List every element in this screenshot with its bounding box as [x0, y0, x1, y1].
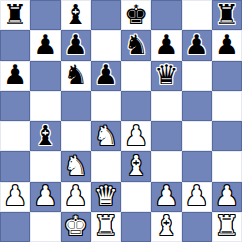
square-c6[interactable]: ♞ — [61, 61, 91, 91]
square-e2[interactable] — [121, 182, 151, 212]
square-h5[interactable] — [212, 91, 242, 121]
square-d3[interactable] — [91, 151, 121, 181]
square-h7[interactable]: ♟ — [212, 30, 242, 60]
square-a3[interactable] — [0, 151, 30, 181]
square-a7[interactable] — [0, 30, 30, 60]
square-f2[interactable]: ♟ — [151, 182, 181, 212]
piece-white-pawn: ♟ — [154, 182, 178, 209]
square-c4[interactable] — [61, 121, 91, 151]
square-a5[interactable] — [0, 91, 30, 121]
square-f7[interactable]: ♟ — [151, 30, 181, 60]
square-g4[interactable] — [182, 121, 212, 151]
square-c8[interactable]: ♝ — [61, 0, 91, 30]
square-c2[interactable]: ♟ — [61, 182, 91, 212]
piece-black-bishop: ♝ — [33, 122, 57, 149]
square-e4[interactable]: ♟ — [121, 121, 151, 151]
square-d8[interactable] — [91, 0, 121, 30]
square-g6[interactable] — [182, 61, 212, 91]
square-f1[interactable]: ♝ — [151, 212, 181, 242]
square-h6[interactable] — [212, 61, 242, 91]
square-d5[interactable] — [91, 91, 121, 121]
square-g5[interactable] — [182, 91, 212, 121]
piece-white-bishop: ♝ — [124, 152, 148, 179]
piece-white-pawn: ♟ — [185, 182, 209, 209]
square-g3[interactable] — [182, 151, 212, 181]
square-d1[interactable]: ♜ — [91, 212, 121, 242]
square-f4[interactable] — [151, 121, 181, 151]
square-e6[interactable] — [121, 61, 151, 91]
piece-black-knight: ♞ — [124, 31, 148, 58]
square-f5[interactable] — [151, 91, 181, 121]
piece-black-rook: ♜ — [215, 1, 239, 28]
piece-black-pawn: ♟ — [64, 31, 88, 58]
piece-white-knight: ♞ — [94, 122, 118, 149]
piece-black-pawn: ♟ — [3, 61, 27, 88]
piece-white-pawn: ♟ — [124, 122, 148, 149]
square-b2[interactable]: ♟ — [30, 182, 60, 212]
piece-black-pawn: ♟ — [94, 61, 118, 88]
piece-white-rook: ♜ — [94, 212, 118, 239]
piece-black-king: ♚ — [124, 1, 148, 28]
piece-white-knight: ♞ — [64, 152, 88, 179]
square-b4[interactable]: ♝ — [30, 121, 60, 151]
piece-white-bishop: ♝ — [154, 212, 178, 239]
piece-white-pawn: ♟ — [3, 182, 27, 209]
square-d4[interactable]: ♞ — [91, 121, 121, 151]
piece-white-pawn: ♟ — [215, 182, 239, 209]
square-d2[interactable]: ♛ — [91, 182, 121, 212]
square-b1[interactable] — [30, 212, 60, 242]
piece-black-queen: ♛ — [154, 61, 178, 88]
square-a6[interactable]: ♟ — [0, 61, 30, 91]
square-a2[interactable]: ♟ — [0, 182, 30, 212]
square-h8[interactable]: ♜ — [212, 0, 242, 30]
square-d7[interactable] — [91, 30, 121, 60]
piece-black-pawn: ♟ — [215, 31, 239, 58]
piece-black-rook: ♜ — [3, 1, 27, 28]
square-b5[interactable] — [30, 91, 60, 121]
square-b3[interactable] — [30, 151, 60, 181]
square-c1[interactable]: ♚ — [61, 212, 91, 242]
square-h4[interactable] — [212, 121, 242, 151]
square-g1[interactable] — [182, 212, 212, 242]
square-e1[interactable] — [121, 212, 151, 242]
square-g7[interactable]: ♟ — [182, 30, 212, 60]
square-a1[interactable] — [0, 212, 30, 242]
chess-board: ♜♝♚♜♟♟♞♟♟♟♟♞♟♛♝♞♟♞♝♟♟♟♛♟♟♟♚♜♝♜ — [0, 0, 242, 242]
square-h2[interactable]: ♟ — [212, 182, 242, 212]
square-g8[interactable] — [182, 0, 212, 30]
square-e3[interactable]: ♝ — [121, 151, 151, 181]
square-a8[interactable]: ♜ — [0, 0, 30, 30]
piece-black-pawn: ♟ — [154, 31, 178, 58]
piece-black-pawn: ♟ — [185, 31, 209, 58]
square-e5[interactable] — [121, 91, 151, 121]
square-h1[interactable]: ♜ — [212, 212, 242, 242]
square-b7[interactable]: ♟ — [30, 30, 60, 60]
square-c3[interactable]: ♞ — [61, 151, 91, 181]
square-c7[interactable]: ♟ — [61, 30, 91, 60]
piece-white-king: ♚ — [64, 212, 88, 239]
piece-white-pawn: ♟ — [64, 182, 88, 209]
square-f3[interactable] — [151, 151, 181, 181]
piece-black-pawn: ♟ — [33, 31, 57, 58]
piece-black-bishop: ♝ — [64, 1, 88, 28]
square-b8[interactable] — [30, 0, 60, 30]
piece-white-queen: ♛ — [94, 182, 118, 209]
piece-white-pawn: ♟ — [33, 182, 57, 209]
square-f8[interactable] — [151, 0, 181, 30]
piece-black-knight: ♞ — [64, 61, 88, 88]
square-g2[interactable]: ♟ — [182, 182, 212, 212]
square-a4[interactable] — [0, 121, 30, 151]
square-f6[interactable]: ♛ — [151, 61, 181, 91]
square-e8[interactable]: ♚ — [121, 0, 151, 30]
square-h3[interactable] — [212, 151, 242, 181]
square-c5[interactable] — [61, 91, 91, 121]
square-d6[interactable]: ♟ — [91, 61, 121, 91]
square-b6[interactable] — [30, 61, 60, 91]
piece-white-rook: ♜ — [215, 212, 239, 239]
square-e7[interactable]: ♞ — [121, 30, 151, 60]
